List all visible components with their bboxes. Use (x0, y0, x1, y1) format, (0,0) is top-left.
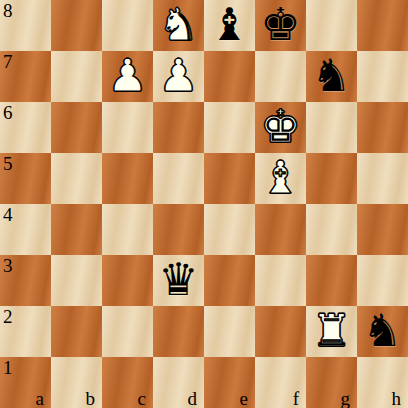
square-g1[interactable]: g (306, 357, 357, 408)
square-a1[interactable]: 1a (0, 357, 51, 408)
square-h2[interactable]: ♞ (357, 306, 408, 357)
square-a4[interactable]: 4 (0, 204, 51, 255)
white-pawn-c7[interactable]: ♟ (102, 51, 153, 102)
square-g5[interactable] (306, 153, 357, 204)
black-knight-g7[interactable]: ♞ (306, 51, 357, 102)
square-f8[interactable]: ♚ (255, 0, 306, 51)
square-e1[interactable]: e (204, 357, 255, 408)
black-queen-d3[interactable]: ♛ (153, 255, 204, 306)
rank-label-6: 6 (3, 102, 13, 124)
rank-label-1: 1 (3, 357, 13, 379)
square-b1[interactable]: b (51, 357, 102, 408)
square-a3[interactable]: 3 (0, 255, 51, 306)
square-e2[interactable] (204, 306, 255, 357)
square-c3[interactable] (102, 255, 153, 306)
white-rook-g2[interactable]: ♜ (306, 306, 357, 357)
file-label-f: f (293, 388, 299, 408)
chess-board: 8♞♝♚7♟♟♞6♚5♝43♛2♜♞1abcdefgh (0, 0, 408, 408)
square-c6[interactable] (102, 102, 153, 153)
square-h1[interactable]: h (357, 357, 408, 408)
square-f6[interactable]: ♚ (255, 102, 306, 153)
square-a8[interactable]: 8 (0, 0, 51, 51)
rank-label-4: 4 (3, 204, 13, 226)
square-h6[interactable] (357, 102, 408, 153)
square-e4[interactable] (204, 204, 255, 255)
square-d3[interactable]: ♛ (153, 255, 204, 306)
square-a6[interactable]: 6 (0, 102, 51, 153)
square-f5[interactable]: ♝ (255, 153, 306, 204)
white-pawn-d7[interactable]: ♟ (153, 51, 204, 102)
square-h4[interactable] (357, 204, 408, 255)
square-e3[interactable] (204, 255, 255, 306)
file-label-g: g (341, 388, 351, 408)
square-d5[interactable] (153, 153, 204, 204)
square-b4[interactable] (51, 204, 102, 255)
square-d4[interactable] (153, 204, 204, 255)
rank-label-3: 3 (3, 255, 13, 277)
square-f1[interactable]: f (255, 357, 306, 408)
square-g6[interactable] (306, 102, 357, 153)
square-e5[interactable] (204, 153, 255, 204)
rank-label-2: 2 (3, 306, 13, 328)
square-e7[interactable] (204, 51, 255, 102)
square-c2[interactable] (102, 306, 153, 357)
square-c1[interactable]: c (102, 357, 153, 408)
file-label-a: a (36, 388, 44, 408)
square-d8[interactable]: ♞ (153, 0, 204, 51)
square-b8[interactable] (51, 0, 102, 51)
square-b6[interactable] (51, 102, 102, 153)
square-f4[interactable] (255, 204, 306, 255)
square-f3[interactable] (255, 255, 306, 306)
black-knight-h2[interactable]: ♞ (357, 306, 408, 357)
square-d1[interactable]: d (153, 357, 204, 408)
black-bishop-e8[interactable]: ♝ (204, 0, 255, 51)
square-c4[interactable] (102, 204, 153, 255)
square-g4[interactable] (306, 204, 357, 255)
square-b5[interactable] (51, 153, 102, 204)
square-e8[interactable]: ♝ (204, 0, 255, 51)
file-label-c: c (138, 388, 146, 408)
white-king-f6[interactable]: ♚ (255, 102, 306, 153)
square-a7[interactable]: 7 (0, 51, 51, 102)
file-label-b: b (86, 388, 96, 408)
square-f7[interactable] (255, 51, 306, 102)
white-bishop-f5[interactable]: ♝ (255, 153, 306, 204)
black-king-f8[interactable]: ♚ (255, 0, 306, 51)
square-a5[interactable]: 5 (0, 153, 51, 204)
square-f2[interactable] (255, 306, 306, 357)
file-label-h: h (392, 388, 402, 408)
square-g8[interactable] (306, 0, 357, 51)
rank-label-5: 5 (3, 153, 13, 175)
rank-label-8: 8 (3, 0, 13, 22)
square-h8[interactable] (357, 0, 408, 51)
chessboard-frame: 8♞♝♚7♟♟♞6♚5♝43♛2♜♞1abcdefgh (0, 0, 408, 408)
square-h5[interactable] (357, 153, 408, 204)
square-h3[interactable] (357, 255, 408, 306)
square-h7[interactable] (357, 51, 408, 102)
square-g2[interactable]: ♜ (306, 306, 357, 357)
white-knight-d8[interactable]: ♞ (153, 0, 204, 51)
square-b2[interactable] (51, 306, 102, 357)
square-e6[interactable] (204, 102, 255, 153)
square-a2[interactable]: 2 (0, 306, 51, 357)
rank-label-7: 7 (3, 51, 13, 73)
square-g3[interactable] (306, 255, 357, 306)
square-g7[interactable]: ♞ (306, 51, 357, 102)
square-d6[interactable] (153, 102, 204, 153)
square-b3[interactable] (51, 255, 102, 306)
square-d2[interactable] (153, 306, 204, 357)
square-c5[interactable] (102, 153, 153, 204)
square-c8[interactable] (102, 0, 153, 51)
square-c7[interactable]: ♟ (102, 51, 153, 102)
square-b7[interactable] (51, 51, 102, 102)
file-label-e: e (240, 388, 248, 408)
file-label-d: d (188, 388, 198, 408)
square-d7[interactable]: ♟ (153, 51, 204, 102)
